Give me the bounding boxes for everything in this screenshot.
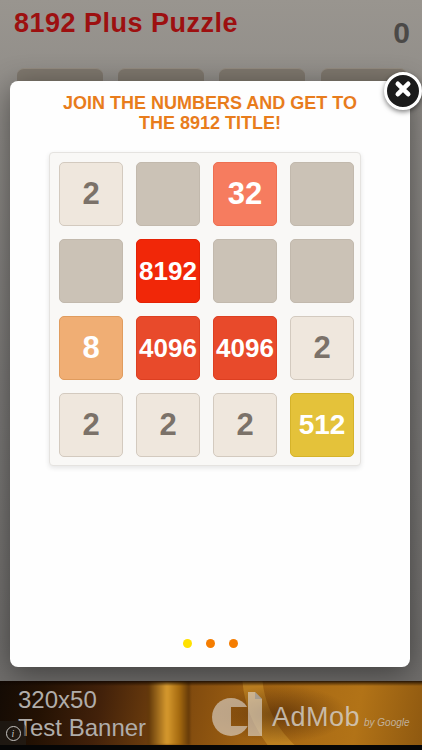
banner-size-label: 320x50 [18, 686, 146, 714]
page-dot-inactive[interactable] [206, 639, 215, 648]
banner-name-label: Test Banner [18, 714, 146, 742]
banner-photo-pillar [148, 681, 190, 745]
header: 8192 Plus Puzzle 0 [0, 0, 422, 60]
page-dots [10, 639, 410, 648]
tile-2: 2 [290, 316, 354, 380]
close-icon [393, 79, 413, 103]
page-dot-inactive[interactable] [229, 639, 238, 648]
modal-title: JOIN THE NUMBERS AND GET TO THE 8912 TIT… [10, 93, 410, 133]
tile-4096: 4096 [213, 316, 277, 380]
score-value: 0 [393, 16, 410, 50]
empty-cell [290, 239, 354, 303]
ad-info-button[interactable]: i [0, 721, 26, 745]
info-icon: i [6, 726, 21, 741]
tutorial-modal: JOIN THE NUMBERS AND GET TO THE 8912 TIT… [10, 81, 410, 667]
modal-title-line1: JOIN THE NUMBERS AND GET TO [10, 93, 410, 113]
close-button[interactable] [384, 72, 422, 110]
bottom-bar [0, 745, 422, 750]
tile-8192: 8192 [136, 239, 200, 303]
banner-caption: 320x50 Test Banner [18, 686, 146, 742]
ad-banner[interactable]: 320x50 Test Banner AdMob by Google i [0, 681, 422, 745]
admob-wordmark: AdMob [272, 702, 360, 733]
tile-32: 32 [213, 162, 277, 226]
admob-byline: by Google [364, 717, 410, 728]
app-screen: 8192 Plus Puzzle 0 JOIN THE NUMBERS AND … [0, 0, 422, 750]
admob-logo-icon [212, 690, 262, 742]
page-dot-active[interactable] [183, 639, 192, 648]
tile-8: 8 [59, 316, 123, 380]
tile-grid: 23281928409640962222512 [49, 152, 361, 466]
empty-cell [213, 239, 277, 303]
tile-2: 2 [213, 393, 277, 457]
tile-512: 512 [290, 393, 354, 457]
tile-2: 2 [136, 393, 200, 457]
empty-cell [136, 162, 200, 226]
empty-cell [59, 239, 123, 303]
tile-2: 2 [59, 393, 123, 457]
tile-2: 2 [59, 162, 123, 226]
app-title: 8192 Plus Puzzle [14, 8, 238, 39]
empty-cell [290, 162, 354, 226]
modal-title-line2: THE 8912 TITLE! [10, 113, 410, 133]
tile-4096: 4096 [136, 316, 200, 380]
